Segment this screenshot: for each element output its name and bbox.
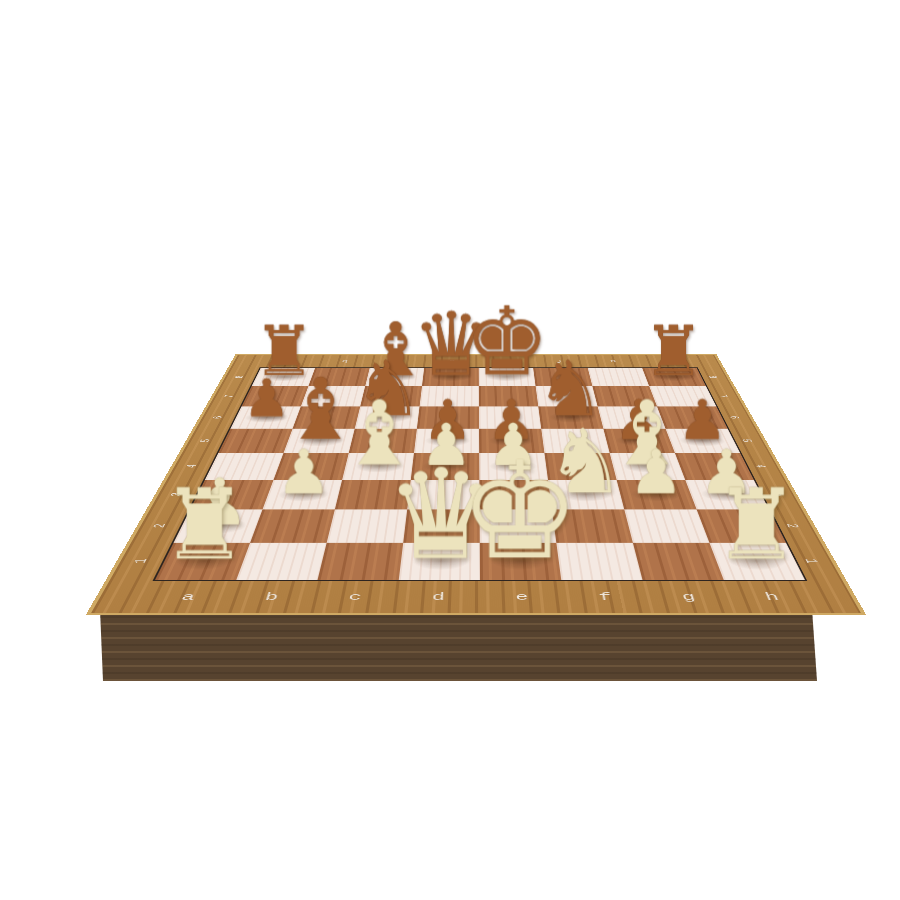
rank-label-right-6: 6 bbox=[726, 416, 742, 419]
file-label-front-b: b bbox=[263, 591, 280, 603]
white-rook-glyph: ♜ bbox=[160, 476, 247, 573]
rank-label-right-1: 1 bbox=[800, 558, 821, 563]
chess-product-photo: abcdefghabcdefgh1234567812345678♜♛♚♜♟♟♞♟… bbox=[0, 0, 900, 900]
rank-label-left-6: 6 bbox=[210, 416, 226, 419]
rank-label-left-5: 5 bbox=[197, 439, 214, 442]
white-pawn-glyph: ♟ bbox=[628, 441, 683, 502]
file-label-front-e: e bbox=[515, 591, 529, 603]
rank-label-left-7: 7 bbox=[222, 395, 237, 398]
file-label-front-d: d bbox=[432, 591, 446, 603]
white-king-glyph: ♚ bbox=[459, 444, 579, 578]
square-b2[interactable] bbox=[250, 509, 335, 542]
file-label-front-g: g bbox=[680, 591, 697, 603]
black-rook-glyph: ♜ bbox=[643, 317, 705, 386]
white-pawn-glyph: ♟ bbox=[276, 441, 331, 502]
file-label-back-g: g bbox=[609, 359, 616, 363]
file-label-front-h: h bbox=[763, 591, 781, 603]
square-g2[interactable] bbox=[624, 509, 709, 542]
white-rook-glyph: ♜ bbox=[712, 476, 799, 573]
board-plane: abcdefghabcdefgh1234567812345678♜♛♚♜♟♟♞♟… bbox=[86, 354, 866, 615]
square-b1[interactable] bbox=[236, 543, 326, 580]
file-label-front-a: a bbox=[179, 591, 197, 603]
square-g1[interactable] bbox=[633, 543, 724, 580]
rank-label-right-8: 8 bbox=[705, 376, 719, 378]
file-label-front-f: f bbox=[598, 591, 613, 603]
rank-label-left-1: 1 bbox=[131, 558, 152, 563]
file-label-front-c: c bbox=[347, 591, 362, 603]
